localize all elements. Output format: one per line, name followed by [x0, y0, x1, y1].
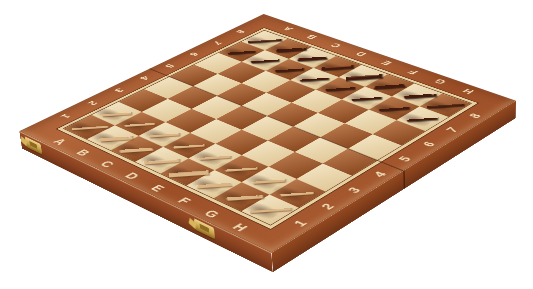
board-inlay-border: ♜♞♝♛♚♝♞♜♟♟♟♟♟♟♟♟♟♟♟♟♟♟♟♟♜♞♝♛♚♝♞♜ — [56, 27, 479, 229]
product-photo: ♜♞♝♛♚♝♞♜♟♟♟♟♟♟♟♟♟♟♟♟♟♟♟♟♜♞♝♛♚♝♞♜ ABCDEFG… — [0, 0, 533, 289]
chess-board: ♜♞♝♛♚♝♞♜♟♟♟♟♟♟♟♟♟♟♟♟♟♟♟♟♜♞♝♛♚♝♞♜ ABCDEFG… — [19, 14, 516, 253]
piece-shadow — [415, 97, 456, 115]
square-d6 — [266, 80, 315, 102]
piece-shadow — [108, 140, 148, 159]
square-d3 — [190, 119, 242, 144]
white-bishop: ♝ — [119, 147, 156, 150]
board-tilt: ♜♞♝♛♚♝♞♜♟♟♟♟♟♟♟♟♟♟♟♟♟♟♟♟♜♞♝♛♚♝♞♜ ABCDEFG… — [19, 14, 516, 253]
brass-clasp — [25, 136, 43, 154]
piece-shadow — [157, 162, 199, 182]
brass-clasp — [194, 218, 215, 239]
board-fold-seam-side — [403, 170, 405, 189]
file-label: G — [419, 73, 460, 90]
